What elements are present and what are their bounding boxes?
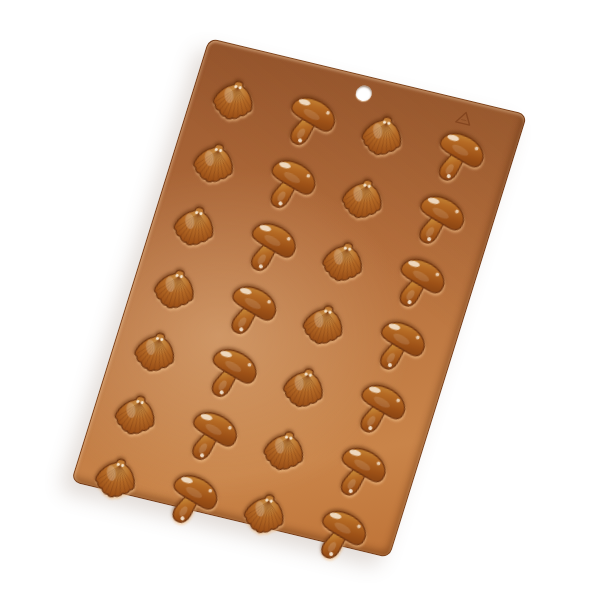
photo-stage <box>0 0 600 600</box>
cavity-grid <box>77 61 503 546</box>
mold-tray <box>71 38 527 558</box>
